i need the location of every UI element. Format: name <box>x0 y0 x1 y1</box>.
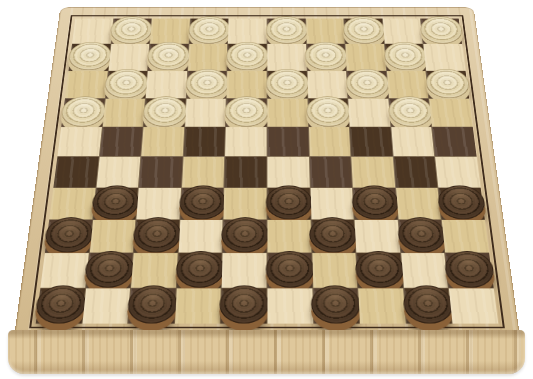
square-9-3-light[interactable] <box>131 253 177 287</box>
square-6-2-light[interactable] <box>96 157 140 187</box>
square-5-6-dark[interactable] <box>267 127 308 156</box>
square-1-5-light[interactable] <box>228 19 266 44</box>
light-piece[interactable] <box>146 42 190 70</box>
square-1-8-dark[interactable] <box>344 19 384 44</box>
square-3-7-light[interactable] <box>307 71 347 98</box>
square-2-5-dark[interactable] <box>227 44 266 70</box>
light-piece[interactable] <box>342 16 385 43</box>
square-4-9-dark[interactable] <box>388 99 431 127</box>
square-7-4-dark[interactable] <box>180 188 224 219</box>
square-6-8-light[interactable] <box>351 157 394 187</box>
square-3-3-light[interactable] <box>145 71 186 98</box>
square-3-2-dark[interactable] <box>105 71 147 98</box>
square-6-9-dark[interactable] <box>393 157 437 187</box>
dark-piece[interactable] <box>91 185 140 219</box>
square-3-4-dark[interactable] <box>186 71 226 98</box>
square-2-3-dark[interactable] <box>148 44 188 70</box>
square-8-1-dark[interactable] <box>44 220 91 253</box>
light-piece[interactable] <box>187 16 229 43</box>
square-2-1-dark[interactable] <box>68 44 110 70</box>
square-2-8-light[interactable] <box>345 44 385 70</box>
light-piece[interactable] <box>141 96 186 126</box>
square-5-9-light[interactable] <box>391 127 434 156</box>
light-piece[interactable] <box>103 69 148 98</box>
square-8-6-light[interactable] <box>267 220 311 253</box>
square-7-2-dark[interactable] <box>92 188 137 219</box>
square-6-3-dark[interactable] <box>139 157 182 187</box>
square-3-8-dark[interactable] <box>346 71 387 98</box>
square-10-1-dark[interactable] <box>35 288 84 323</box>
square-3-10-dark[interactable] <box>426 71 468 98</box>
dark-piece[interactable] <box>221 217 268 252</box>
square-7-8-dark[interactable] <box>353 188 397 219</box>
square-1-3-light[interactable] <box>150 19 190 44</box>
light-piece[interactable] <box>66 42 111 70</box>
dark-piece[interactable] <box>396 217 446 252</box>
square-3-5-light[interactable] <box>226 71 266 98</box>
square-7-3-light[interactable] <box>136 188 180 219</box>
square-7-9-light[interactable] <box>395 188 440 219</box>
square-4-3-dark[interactable] <box>143 99 185 127</box>
square-3-6-dark[interactable] <box>267 71 307 98</box>
square-8-4-light[interactable] <box>178 220 222 253</box>
square-1-10-dark[interactable] <box>421 19 462 44</box>
square-6-1-dark[interactable] <box>53 157 98 187</box>
light-piece[interactable] <box>345 69 390 98</box>
dark-piece[interactable] <box>351 185 399 219</box>
square-5-5-light[interactable] <box>225 127 266 156</box>
board-front-edge <box>8 330 525 374</box>
square-5-2-dark[interactable] <box>99 127 142 156</box>
dark-piece[interactable] <box>174 251 223 288</box>
square-8-8-light[interactable] <box>354 220 399 253</box>
dark-piece[interactable] <box>126 285 177 323</box>
square-8-3-dark[interactable] <box>133 220 178 253</box>
board-wooden-frame <box>14 7 519 333</box>
square-7-7-light[interactable] <box>310 188 354 219</box>
square-2-4-light[interactable] <box>187 44 227 70</box>
light-piece[interactable] <box>265 16 307 43</box>
square-2-2-light[interactable] <box>108 44 149 70</box>
light-piece[interactable] <box>225 42 267 70</box>
square-6-7-dark[interactable] <box>309 157 352 187</box>
square-5-10-dark[interactable] <box>432 127 476 156</box>
dark-piece[interactable] <box>310 285 360 323</box>
dark-piece[interactable] <box>178 185 225 219</box>
square-10-7-dark[interactable] <box>312 288 358 323</box>
square-1-9-light[interactable] <box>382 19 422 44</box>
dark-piece[interactable] <box>354 251 404 288</box>
square-9-6-dark[interactable] <box>267 253 311 287</box>
square-6-6-light[interactable] <box>267 157 309 187</box>
board-grid <box>35 19 498 324</box>
dark-piece[interactable] <box>265 185 311 219</box>
square-7-10-dark[interactable] <box>438 188 484 219</box>
square-1-2-dark[interactable] <box>111 19 151 44</box>
square-10-6-light[interactable] <box>267 288 312 323</box>
square-2-10-light[interactable] <box>423 44 465 70</box>
square-9-2-dark[interactable] <box>85 253 132 287</box>
square-1-7-light[interactable] <box>305 19 344 44</box>
dark-piece[interactable] <box>83 251 134 288</box>
square-8-7-dark[interactable] <box>311 220 355 253</box>
dark-piece[interactable] <box>219 285 268 323</box>
square-4-4-light[interactable] <box>184 99 225 127</box>
light-piece[interactable] <box>59 96 106 126</box>
square-4-2-light[interactable] <box>102 99 145 127</box>
square-3-9-light[interactable] <box>386 71 428 98</box>
square-5-8-dark[interactable] <box>349 127 392 156</box>
light-piece[interactable] <box>224 96 268 126</box>
square-2-7-dark[interactable] <box>306 44 346 70</box>
square-4-10-light[interactable] <box>429 99 472 127</box>
dark-piece[interactable] <box>43 217 94 252</box>
square-4-8-light[interactable] <box>348 99 390 127</box>
square-9-5-light[interactable] <box>222 253 266 287</box>
dark-piece[interactable] <box>401 285 453 323</box>
square-9-9-light[interactable] <box>401 253 448 287</box>
square-6-10-light[interactable] <box>435 157 480 187</box>
square-7-1-light[interactable] <box>49 188 95 219</box>
square-9-1-light[interactable] <box>40 253 88 287</box>
square-2-9-dark[interactable] <box>384 44 425 70</box>
square-1-6-dark[interactable] <box>267 19 305 44</box>
square-5-3-light[interactable] <box>141 127 184 156</box>
square-9-8-dark[interactable] <box>356 253 402 287</box>
square-6-5-dark[interactable] <box>224 157 266 187</box>
square-4-6-light[interactable] <box>267 99 307 127</box>
light-piece[interactable] <box>387 96 433 126</box>
square-1-1-light[interactable] <box>72 19 113 44</box>
square-10-5-dark[interactable] <box>221 288 266 323</box>
square-10-3-dark[interactable] <box>128 288 175 323</box>
square-10-8-light[interactable] <box>358 288 405 323</box>
square-8-2-light[interactable] <box>89 220 135 253</box>
square-9-7-light[interactable] <box>312 253 357 287</box>
dark-piece[interactable] <box>436 185 486 219</box>
square-6-4-light[interactable] <box>181 157 224 187</box>
square-5-7-light[interactable] <box>308 127 350 156</box>
light-piece[interactable] <box>306 96 351 126</box>
dark-piece[interactable] <box>443 251 495 288</box>
light-piece[interactable] <box>109 16 153 43</box>
checkers-board-photo <box>0 0 533 379</box>
dark-piece[interactable] <box>265 251 313 288</box>
light-piece[interactable] <box>265 69 308 98</box>
light-piece[interactable] <box>184 69 228 98</box>
light-piece[interactable] <box>304 42 347 70</box>
square-4-7-dark[interactable] <box>307 99 348 127</box>
square-2-6-light[interactable] <box>267 44 306 70</box>
square-3-1-light[interactable] <box>64 71 106 98</box>
square-8-10-light[interactable] <box>442 220 489 253</box>
playing-area <box>29 15 505 328</box>
light-piece[interactable] <box>382 42 426 70</box>
square-10-2-light[interactable] <box>82 288 130 323</box>
square-10-9-dark[interactable] <box>403 288 451 323</box>
square-9-10-dark[interactable] <box>445 253 493 287</box>
square-5-4-dark[interactable] <box>183 127 225 156</box>
light-piece[interactable] <box>419 16 463 43</box>
square-4-1-dark[interactable] <box>61 99 104 127</box>
dark-piece[interactable] <box>132 217 181 252</box>
dark-piece[interactable] <box>309 217 357 252</box>
square-10-4-light[interactable] <box>174 288 220 323</box>
dark-piece[interactable] <box>33 285 86 323</box>
light-piece[interactable] <box>424 69 470 98</box>
square-9-4-dark[interactable] <box>176 253 221 287</box>
square-7-5-light[interactable] <box>223 188 266 219</box>
square-5-1-light[interactable] <box>57 127 101 156</box>
square-10-10-light[interactable] <box>449 288 498 323</box>
square-8-5-dark[interactable] <box>222 220 266 253</box>
square-4-5-dark[interactable] <box>226 99 266 127</box>
square-1-4-dark[interactable] <box>189 19 228 44</box>
square-8-9-dark[interactable] <box>398 220 444 253</box>
square-7-6-dark[interactable] <box>267 188 310 219</box>
